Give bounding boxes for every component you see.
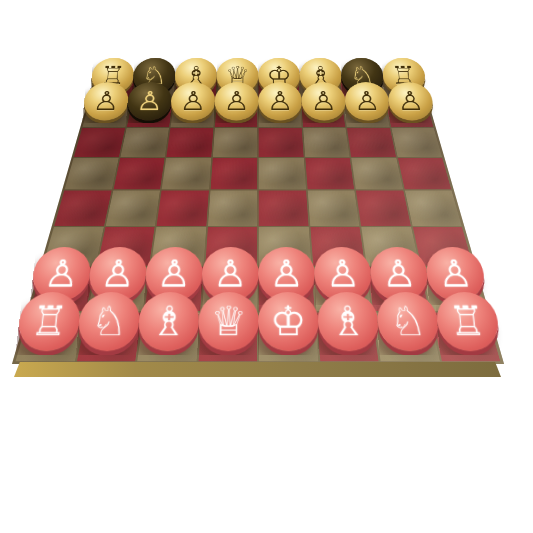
square-f6[interactable] — [303, 128, 350, 157]
square-e5[interactable] — [259, 158, 306, 190]
photo-background: ♖♘♗♕♔♗♘♖♙♙♙♙♙♙♙♙♙♙♙♙♙♙♙♙♖♘♗♕♔♗♘♖ — [0, 0, 533, 533]
square-g4[interactable] — [356, 191, 411, 226]
square-g5[interactable] — [351, 158, 403, 190]
board-bottom-bevel — [14, 362, 501, 377]
piece-red-queen-d1[interactable]: ♕ — [197, 292, 258, 351]
piece-black-pawn-e7[interactable]: ♙ — [258, 82, 303, 120]
square-d4[interactable] — [208, 191, 258, 226]
chess-board: ♖♘♗♕♔♗♘♖♙♙♙♙♙♙♙♙♙♙♙♙♙♙♙♙♖♘♗♕♔♗♘♖ — [12, 75, 504, 364]
piece-black-pawn-d7[interactable]: ♙ — [214, 82, 259, 120]
square-h6[interactable] — [391, 128, 442, 157]
square-c4[interactable] — [157, 191, 209, 226]
square-b4[interactable] — [105, 191, 160, 226]
square-a4[interactable] — [54, 191, 111, 226]
square-e6[interactable] — [259, 128, 304, 157]
square-a5[interactable] — [65, 158, 119, 190]
square-b6[interactable] — [120, 128, 169, 157]
square-c5[interactable] — [162, 158, 211, 190]
square-f4[interactable] — [307, 191, 359, 226]
square-c6[interactable] — [166, 128, 213, 157]
square-g6[interactable] — [347, 128, 396, 157]
piece-red-king-e1[interactable]: ♔ — [258, 292, 319, 351]
square-h5[interactable] — [397, 158, 451, 190]
square-b5[interactable] — [113, 158, 165, 190]
piece-black-pawn-f7[interactable]: ♙ — [301, 82, 347, 120]
piece-black-pawn-c7[interactable]: ♙ — [170, 82, 216, 120]
square-d6[interactable] — [213, 128, 258, 157]
square-a6[interactable] — [74, 128, 125, 157]
square-e4[interactable] — [259, 191, 309, 226]
square-h4[interactable] — [405, 191, 462, 226]
square-d5[interactable] — [210, 158, 257, 190]
square-f5[interactable] — [305, 158, 354, 190]
